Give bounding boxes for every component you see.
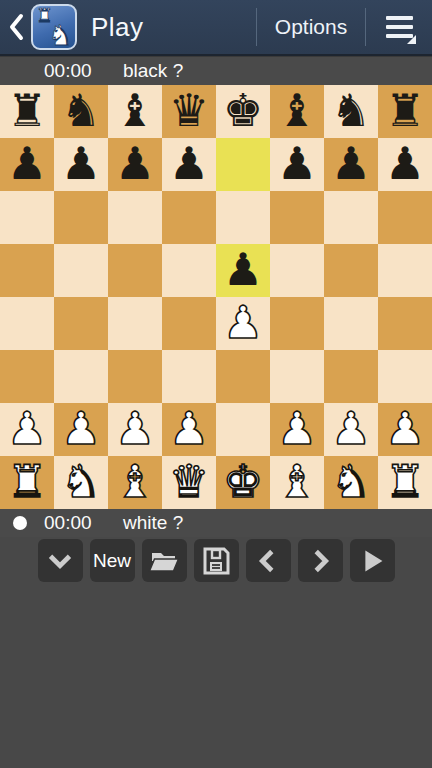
piece-black-king: ♚ xyxy=(223,88,263,133)
square-g2[interactable]: ♟ xyxy=(324,403,378,456)
app-screen: ♜ ♞ Play Options 00:00 black ? ♜♞♝♛♚♝♞♜♟… xyxy=(0,0,432,768)
piece-black-pawn: ♟ xyxy=(277,141,317,186)
piece-black-queen: ♛ xyxy=(169,88,209,133)
chevron-left-icon xyxy=(250,543,286,579)
play-button[interactable] xyxy=(350,539,395,582)
square-c1[interactable]: ♝ xyxy=(108,456,162,509)
save-button[interactable] xyxy=(194,539,239,582)
square-b3[interactable] xyxy=(54,350,108,403)
back-button[interactable] xyxy=(0,0,31,54)
square-c6[interactable] xyxy=(108,191,162,244)
square-d5[interactable] xyxy=(162,244,216,297)
piece-black-pawn: ♟ xyxy=(115,141,155,186)
square-b5[interactable] xyxy=(54,244,108,297)
square-g4[interactable] xyxy=(324,297,378,350)
square-h7[interactable]: ♟ xyxy=(378,138,432,191)
piece-black-knight: ♞ xyxy=(331,88,371,133)
piece-black-pawn: ♟ xyxy=(7,141,47,186)
square-c3[interactable] xyxy=(108,350,162,403)
piece-black-knight: ♞ xyxy=(61,88,101,133)
square-e3[interactable] xyxy=(216,350,270,403)
square-g8[interactable]: ♞ xyxy=(324,85,378,138)
square-f5[interactable] xyxy=(270,244,324,297)
square-b8[interactable]: ♞ xyxy=(54,85,108,138)
piece-white-pawn: ♟ xyxy=(61,406,101,451)
app-logo-icon: ♜ ♞ xyxy=(31,4,77,50)
square-d6[interactable] xyxy=(162,191,216,244)
page-title: Play xyxy=(91,12,144,43)
white-clock-row: 00:00 white ? xyxy=(0,509,432,537)
square-f2[interactable]: ♟ xyxy=(270,403,324,456)
square-c8[interactable]: ♝ xyxy=(108,85,162,138)
square-f4[interactable] xyxy=(270,297,324,350)
back-chevron-icon xyxy=(8,12,25,42)
square-f6[interactable] xyxy=(270,191,324,244)
black-clock-time: 00:00 xyxy=(44,60,100,82)
square-h6[interactable] xyxy=(378,191,432,244)
square-b2[interactable]: ♟ xyxy=(54,403,108,456)
piece-black-pawn: ♟ xyxy=(61,141,101,186)
square-g7[interactable]: ♟ xyxy=(324,138,378,191)
square-a6[interactable] xyxy=(0,191,54,244)
square-b4[interactable] xyxy=(54,297,108,350)
menu-button[interactable] xyxy=(366,0,432,54)
piece-white-pawn: ♟ xyxy=(385,406,425,451)
piece-white-rook: ♜ xyxy=(7,459,47,504)
options-button[interactable]: Options xyxy=(257,0,365,54)
square-d2[interactable]: ♟ xyxy=(162,403,216,456)
move-back-button[interactable] xyxy=(246,539,291,582)
white-turn-indicator xyxy=(13,516,27,530)
piece-white-bishop: ♝ xyxy=(115,459,155,504)
move-forward-button[interactable] xyxy=(298,539,343,582)
piece-white-pawn: ♟ xyxy=(7,406,47,451)
square-h5[interactable] xyxy=(378,244,432,297)
piece-white-bishop: ♝ xyxy=(277,459,317,504)
toolbar: New xyxy=(0,539,432,582)
piece-white-rook: ♜ xyxy=(385,459,425,504)
square-c2[interactable]: ♟ xyxy=(108,403,162,456)
square-f3[interactable] xyxy=(270,350,324,403)
play-triangle-icon xyxy=(354,543,390,579)
piece-black-bishop: ♝ xyxy=(277,88,317,133)
open-button[interactable] xyxy=(142,539,187,582)
square-b1[interactable]: ♞ xyxy=(54,456,108,509)
square-a7[interactable]: ♟ xyxy=(0,138,54,191)
piece-white-pawn: ♟ xyxy=(115,406,155,451)
piece-white-queen: ♛ xyxy=(169,459,209,504)
new-button[interactable]: New xyxy=(90,539,135,582)
square-e7[interactable] xyxy=(216,138,270,191)
square-f7[interactable]: ♟ xyxy=(270,138,324,191)
square-g1[interactable]: ♞ xyxy=(324,456,378,509)
chess-board: ♜♞♝♛♚♝♞♜♟♟♟♟♟♟♟♟♟♟♟♟♟♟♟♟♜♞♝♛♚♝♞♜ xyxy=(0,85,432,509)
white-clock-time: 00:00 xyxy=(44,512,100,534)
menu-icon xyxy=(386,16,413,39)
square-a5[interactable] xyxy=(0,244,54,297)
square-h3[interactable] xyxy=(378,350,432,403)
piece-black-rook: ♜ xyxy=(7,88,47,133)
piece-black-pawn: ♟ xyxy=(223,247,263,292)
chevron-right-icon xyxy=(302,543,338,579)
square-a4[interactable] xyxy=(0,297,54,350)
piece-white-pawn: ♟ xyxy=(277,406,317,451)
square-f8[interactable]: ♝ xyxy=(270,85,324,138)
square-c5[interactable] xyxy=(108,244,162,297)
square-h8[interactable]: ♜ xyxy=(378,85,432,138)
header: ♜ ♞ Play Options xyxy=(0,0,432,56)
square-a3[interactable] xyxy=(0,350,54,403)
square-e2[interactable] xyxy=(216,403,270,456)
square-b6[interactable] xyxy=(54,191,108,244)
square-g6[interactable] xyxy=(324,191,378,244)
square-c7[interactable]: ♟ xyxy=(108,138,162,191)
black-clock-row: 00:00 black ? xyxy=(0,56,432,85)
square-d1[interactable]: ♛ xyxy=(162,456,216,509)
square-d7[interactable]: ♟ xyxy=(162,138,216,191)
piece-black-rook: ♜ xyxy=(385,88,425,133)
square-e6[interactable] xyxy=(216,191,270,244)
square-h4[interactable] xyxy=(378,297,432,350)
square-g5[interactable] xyxy=(324,244,378,297)
piece-black-pawn: ♟ xyxy=(331,141,371,186)
square-d4[interactable] xyxy=(162,297,216,350)
piece-white-pawn: ♟ xyxy=(331,406,371,451)
square-a1[interactable]: ♜ xyxy=(0,456,54,509)
open-folder-icon xyxy=(146,543,182,579)
square-g3[interactable] xyxy=(324,350,378,403)
piece-black-pawn: ♟ xyxy=(169,141,209,186)
chevron-down-icon xyxy=(42,543,78,579)
square-e4[interactable]: ♟ xyxy=(216,297,270,350)
square-b7[interactable]: ♟ xyxy=(54,138,108,191)
save-floppy-icon xyxy=(198,543,234,579)
square-e8[interactable]: ♚ xyxy=(216,85,270,138)
piece-white-king: ♚ xyxy=(223,459,263,504)
collapse-button[interactable] xyxy=(38,539,83,582)
piece-white-knight: ♞ xyxy=(331,459,371,504)
square-d3[interactable] xyxy=(162,350,216,403)
square-f1[interactable]: ♝ xyxy=(270,456,324,509)
square-c4[interactable] xyxy=(108,297,162,350)
square-a8[interactable]: ♜ xyxy=(0,85,54,138)
piece-black-bishop: ♝ xyxy=(115,88,155,133)
piece-black-pawn: ♟ xyxy=(385,141,425,186)
white-player-name: white ? xyxy=(123,512,183,534)
piece-white-pawn: ♟ xyxy=(223,300,263,345)
square-e1[interactable]: ♚ xyxy=(216,456,270,509)
square-e5[interactable]: ♟ xyxy=(216,244,270,297)
piece-white-pawn: ♟ xyxy=(169,406,209,451)
square-h1[interactable]: ♜ xyxy=(378,456,432,509)
black-player-name: black ? xyxy=(123,60,183,82)
square-d8[interactable]: ♛ xyxy=(162,85,216,138)
square-h2[interactable]: ♟ xyxy=(378,403,432,456)
square-a2[interactable]: ♟ xyxy=(0,403,54,456)
piece-white-knight: ♞ xyxy=(61,459,101,504)
